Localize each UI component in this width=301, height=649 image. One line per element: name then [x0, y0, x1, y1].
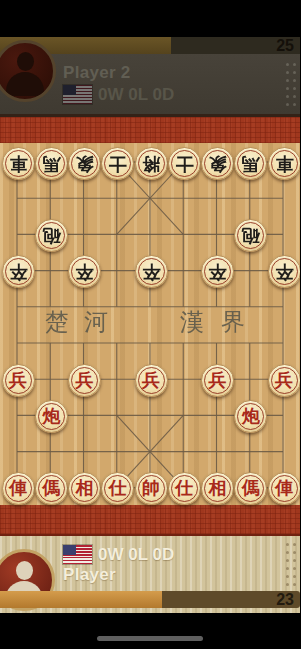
- xiangqi-piece-black-cannon[interactable]: 砲: [35, 219, 68, 252]
- opponent-name: Player 2: [63, 63, 131, 83]
- xiangqi-piece-red-soldier[interactable]: 兵: [2, 364, 35, 397]
- board-frame-bottom: [0, 505, 300, 537]
- xiangqi-piece-black-horse[interactable]: 馬: [35, 147, 68, 180]
- xiangqi-piece-black-horse[interactable]: 馬: [234, 147, 267, 180]
- player-name: Player: [63, 565, 116, 585]
- xiangqi-piece-red-horse[interactable]: 傌: [35, 472, 68, 505]
- xiangqi-piece-black-elephant[interactable]: 象: [68, 147, 101, 180]
- xiangqi-piece-black-soldier[interactable]: 卒: [201, 255, 234, 288]
- board-surface[interactable]: 楚河 漢界 車馬象士將士象馬車砲砲卒卒卒卒卒兵兵兵兵兵炮炮俥傌相仕帥仕相傌俥: [0, 143, 300, 505]
- player-record: 0W 0L 0D: [98, 545, 174, 565]
- xiangqi-piece-red-soldier[interactable]: 兵: [135, 364, 168, 397]
- xiangqi-piece-black-soldier[interactable]: 卒: [68, 255, 101, 288]
- xiangqi-board[interactable]: 楚河 漢界 車馬象士將士象馬車砲砲卒卒卒卒卒兵兵兵兵兵炮炮俥傌相仕帥仕相傌俥: [0, 114, 300, 537]
- xiangqi-piece-black-soldier[interactable]: 卒: [135, 255, 168, 288]
- xiangqi-piece-black-advisor[interactable]: 士: [168, 147, 201, 180]
- xiangqi-piece-red-horse[interactable]: 傌: [234, 472, 267, 505]
- person-icon: [6, 72, 44, 96]
- xiangqi-piece-red-elephant[interactable]: 相: [68, 472, 101, 505]
- xiangqi-piece-black-soldier[interactable]: 卒: [268, 255, 301, 288]
- opponent-record: 0W 0L 0D: [98, 85, 174, 105]
- xiangqi-piece-red-elephant[interactable]: 相: [201, 472, 234, 505]
- home-indicator[interactable]: [97, 636, 203, 641]
- xiangqi-piece-red-advisor[interactable]: 仕: [168, 472, 201, 505]
- board-frame-top: [0, 114, 300, 143]
- player-progress-bar: 23: [0, 591, 300, 608]
- opponent-panel: 25 Player 2 0W 0L 0D: [0, 37, 300, 114]
- xiangqi-piece-red-advisor[interactable]: 仕: [101, 472, 134, 505]
- xiangqi-piece-red-general[interactable]: 帥: [135, 472, 168, 505]
- river-label-left: 楚河: [45, 309, 123, 336]
- us-flag-icon: [63, 85, 92, 104]
- opponent-timer: 25: [276, 37, 294, 54]
- river-label-right: 漢界: [180, 309, 262, 336]
- xiangqi-piece-black-chariot[interactable]: 車: [2, 147, 35, 180]
- xiangqi-piece-red-chariot[interactable]: 俥: [268, 472, 301, 505]
- person-icon: [17, 52, 34, 71]
- xiangqi-piece-red-soldier[interactable]: 兵: [268, 364, 301, 397]
- bottom-system-area: [0, 613, 300, 649]
- xiangqi-piece-red-soldier[interactable]: 兵: [68, 364, 101, 397]
- player-timer: 23: [276, 591, 294, 608]
- xiangqi-piece-red-cannon[interactable]: 炮: [234, 400, 267, 433]
- xiangqi-piece-black-elephant[interactable]: 象: [201, 147, 234, 180]
- status-bar: [0, 0, 300, 37]
- drag-dots: [286, 63, 296, 106]
- player-panel: 0W 0L 0D Player 23: [0, 536, 300, 613]
- xiangqi-piece-red-cannon[interactable]: 炮: [35, 400, 68, 433]
- xiangqi-piece-red-chariot[interactable]: 俥: [2, 472, 35, 505]
- player-progress-fill: [0, 591, 162, 608]
- xiangqi-piece-black-chariot[interactable]: 車: [268, 147, 301, 180]
- drag-dots: [286, 543, 296, 586]
- xiangqi-piece-black-advisor[interactable]: 士: [101, 147, 134, 180]
- xiangqi-piece-black-soldier[interactable]: 卒: [2, 255, 35, 288]
- opponent-avatar[interactable]: [0, 40, 56, 102]
- us-flag-icon: [63, 545, 92, 564]
- person-icon: [16, 561, 33, 580]
- xiangqi-piece-black-cannon[interactable]: 砲: [234, 219, 267, 252]
- app-screen: 25 Player 2 0W 0L 0D 楚河 漢界 車馬象士將士象馬車砲砲卒卒…: [0, 0, 300, 649]
- xiangqi-piece-red-soldier[interactable]: 兵: [201, 364, 234, 397]
- xiangqi-piece-black-general[interactable]: 將: [135, 147, 168, 180]
